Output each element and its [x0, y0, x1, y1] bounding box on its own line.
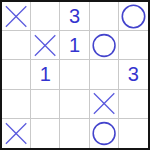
- cell-r5c4[interactable]: [90, 119, 119, 148]
- cell-r2c3: 1: [60, 31, 89, 60]
- cell-r5c1[interactable]: [2, 119, 31, 148]
- cell-r2c4[interactable]: [90, 31, 119, 60]
- cell-r1c1[interactable]: [2, 2, 31, 31]
- cell-r4c2[interactable]: [31, 90, 60, 119]
- o-mark-icon: [90, 119, 118, 148]
- cell-r2c2[interactable]: [31, 31, 60, 60]
- x-mark-icon: [2, 2, 30, 31]
- x-mark-icon: [31, 31, 59, 60]
- cell-r3c2: 1: [31, 60, 60, 89]
- clue-number: 1: [40, 64, 51, 84]
- clue-number: 3: [128, 64, 139, 84]
- cell-r2c1[interactable]: [2, 31, 31, 60]
- cell-r4c5[interactable]: [119, 90, 148, 119]
- cell-r5c5[interactable]: [119, 119, 148, 148]
- o-mark-icon: [119, 2, 148, 31]
- o-mark-icon: [90, 31, 118, 60]
- cell-r1c4[interactable]: [90, 2, 119, 31]
- cell-r3c5: 3: [119, 60, 148, 89]
- cell-r1c5[interactable]: [119, 2, 148, 31]
- cell-r3c4[interactable]: [90, 60, 119, 89]
- cell-r1c2[interactable]: [31, 2, 60, 31]
- puzzle-board: 3113: [0, 0, 150, 150]
- clue-number: 3: [69, 6, 80, 26]
- x-mark-icon: [2, 119, 30, 148]
- cell-r3c1[interactable]: [2, 60, 31, 89]
- x-mark-icon: [90, 90, 118, 119]
- cell-r4c3[interactable]: [60, 90, 89, 119]
- cell-r3c3[interactable]: [60, 60, 89, 89]
- cell-r4c1[interactable]: [2, 90, 31, 119]
- cell-r5c3[interactable]: [60, 119, 89, 148]
- cell-r2c5[interactable]: [119, 31, 148, 60]
- clue-number: 1: [69, 35, 80, 55]
- cell-r5c2[interactable]: [31, 119, 60, 148]
- cell-r1c3: 3: [60, 2, 89, 31]
- cell-r4c4[interactable]: [90, 90, 119, 119]
